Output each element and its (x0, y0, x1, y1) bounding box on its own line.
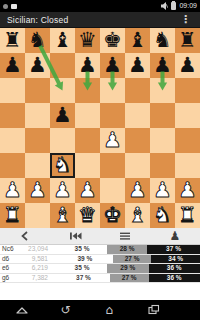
square-e3[interactable] (100, 153, 125, 178)
opening-explorer-table: Nc623,09435 %28 %37 %d69,58139 %27 %34 %… (0, 245, 200, 283)
piece-black-d8: ♛ (75, 28, 100, 53)
square-d2[interactable]: ♟ (75, 178, 100, 203)
square-a2[interactable]: ♟ (0, 178, 25, 203)
square-e8[interactable]: ♚ (100, 28, 125, 53)
eject-icon (15, 305, 29, 315)
square-a5[interactable] (0, 103, 25, 128)
square-d7[interactable]: ♟ (75, 53, 100, 78)
square-f2[interactable]: ♟ (125, 178, 150, 203)
square-g5[interactable] (150, 103, 175, 128)
page-title: Sicilian: Closed (7, 15, 68, 25)
square-h8[interactable]: ♜ (175, 28, 200, 53)
piece-setup-button[interactable]: ♟ (150, 228, 200, 244)
square-b6[interactable] (25, 78, 50, 103)
square-c3[interactable]: ♞ (50, 153, 75, 178)
piece-white-a2: ♟ (0, 178, 25, 203)
square-g6[interactable] (150, 78, 175, 103)
piece-white-c1: ♝ (50, 203, 75, 228)
board-area: ♜♞♝♛♚♝♞♜♟♟♟♟♟♟♟♟♟♞♟♟♟♟♟♟♟♜♝♛♚♝♞♜ (0, 28, 200, 228)
white-wins-segment: 39 % (57, 255, 113, 264)
square-f7[interactable]: ♟ (125, 53, 150, 78)
piece-white-e1: ♚ (100, 203, 125, 228)
back-rotate-icon: ↺ (61, 300, 71, 320)
square-f1[interactable]: ♝ (125, 203, 150, 228)
square-h1[interactable]: ♜ (175, 203, 200, 228)
explorer-row-e6[interactable]: e66,21935 %29 %36 % (0, 264, 200, 274)
piece-white-g1: ♞ (150, 203, 175, 228)
explorer-row-g6[interactable]: g67,38237 %27 %36 % (0, 274, 200, 284)
notification-dot-icon (3, 4, 8, 9)
piece-black-g7: ♟ (150, 53, 175, 78)
piece-black-a7: ♟ (0, 53, 25, 78)
recents-icon (147, 304, 160, 316)
square-c7[interactable] (50, 53, 75, 78)
back-button[interactable]: ↺ (56, 300, 76, 320)
piece-black-f8: ♝ (125, 28, 150, 53)
square-c1[interactable]: ♝ (50, 203, 75, 228)
recents-button[interactable] (143, 300, 163, 320)
black-wins-segment: 37 % (147, 245, 200, 254)
square-b8[interactable]: ♞ (25, 28, 50, 53)
overflow-menu-icon[interactable]: ⋮ (178, 12, 193, 27)
notification-card-icon (11, 4, 17, 9)
square-a7[interactable]: ♟ (0, 53, 25, 78)
piece-black-g8: ♞ (150, 28, 175, 53)
white-wins-segment: 35 % (57, 264, 107, 273)
skip-to-start-icon (68, 230, 83, 242)
move-label: g6 (0, 274, 18, 283)
list-icon (118, 230, 132, 242)
result-bar: 35 %28 %37 % (57, 245, 200, 254)
piece-white-c3: ♞ (50, 153, 75, 178)
piece-white-e4: ♟ (100, 128, 125, 153)
explorer-row-d6[interactable]: d69,58139 %27 %34 % (0, 255, 200, 265)
piece-black-h8: ♜ (175, 28, 200, 53)
square-c4[interactable] (50, 128, 75, 153)
home-button[interactable]: ⌂ (99, 300, 119, 320)
piece-black-b7: ♟ (25, 53, 50, 78)
piece-white-d1: ♛ (75, 203, 100, 228)
square-e6[interactable] (100, 78, 125, 103)
square-h5[interactable] (175, 103, 200, 128)
game-count: 6,219 (18, 264, 51, 273)
piece-black-f7: ♟ (125, 53, 150, 78)
piece-black-c8: ♝ (50, 28, 75, 53)
square-c8[interactable]: ♝ (50, 28, 75, 53)
square-f4[interactable] (125, 128, 150, 153)
piece-white-f1: ♝ (125, 203, 150, 228)
square-e7[interactable]: ♟ (100, 53, 125, 78)
square-a6[interactable] (0, 78, 25, 103)
piece-black-d7: ♟ (75, 53, 100, 78)
square-f5[interactable] (125, 103, 150, 128)
battery-icon (171, 2, 176, 10)
square-h2[interactable]: ♟ (175, 178, 200, 203)
black-wins-segment: 36 % (149, 274, 200, 283)
status-bar: 09:09 (0, 0, 200, 12)
square-c5[interactable]: ♟ (50, 103, 75, 128)
piece-white-h2: ♟ (175, 178, 200, 203)
draw-segment: 29 % (107, 264, 148, 273)
skip-to-start-button[interactable] (50, 228, 100, 244)
android-nav-bar: ↺ ⌂ (0, 300, 200, 320)
square-d6[interactable] (75, 78, 100, 103)
piece-black-a8: ♜ (0, 28, 25, 53)
game-count: 7,382 (18, 274, 51, 283)
home-icon: ⌂ (106, 300, 114, 320)
chess-board[interactable]: ♜♞♝♛♚♝♞♜♟♟♟♟♟♟♟♟♟♞♟♟♟♟♟♟♟♜♝♛♚♝♞♜ (0, 28, 200, 228)
mute-icon (161, 2, 168, 10)
piece-white-g2: ♟ (150, 178, 175, 203)
square-b4[interactable] (25, 128, 50, 153)
square-b3[interactable] (25, 153, 50, 178)
square-d5[interactable] (75, 103, 100, 128)
square-b2[interactable]: ♟ (25, 178, 50, 203)
piece-white-c2: ♟ (50, 178, 75, 203)
content-filler (0, 283, 200, 300)
piece-black-e8: ♚ (100, 28, 125, 53)
square-a8[interactable]: ♜ (0, 28, 25, 53)
square-g1[interactable]: ♞ (150, 203, 175, 228)
square-d8[interactable]: ♛ (75, 28, 100, 53)
previous-move-button[interactable] (0, 228, 50, 244)
piece-black-e7: ♟ (100, 53, 125, 78)
explorer-toolbar: ♟ (0, 228, 200, 245)
square-e5[interactable] (100, 103, 125, 128)
pawn-icon: ♟ (170, 228, 181, 244)
white-wins-segment: 35 % (57, 245, 107, 254)
square-f3[interactable] (125, 153, 150, 178)
result-bar: 39 %27 %34 % (57, 255, 200, 264)
piece-black-c5: ♟ (50, 103, 75, 128)
status-clock: 09:09 (179, 0, 197, 12)
square-e4[interactable]: ♟ (100, 128, 125, 153)
square-f8[interactable]: ♝ (125, 28, 150, 53)
square-h7[interactable]: ♟ (175, 53, 200, 78)
square-b7[interactable]: ♟ (25, 53, 50, 78)
move-list-button[interactable] (100, 228, 150, 244)
draw-segment: 28 % (107, 245, 147, 254)
square-d1[interactable]: ♛ (75, 203, 100, 228)
square-b1[interactable] (25, 203, 50, 228)
square-b5[interactable] (25, 103, 50, 128)
white-wins-segment: 37 % (57, 274, 110, 283)
square-d4[interactable] (75, 128, 100, 153)
square-h6[interactable] (175, 78, 200, 103)
piece-black-b8: ♞ (25, 28, 50, 53)
square-c2[interactable]: ♟ (50, 178, 75, 203)
explorer-row-Nc6[interactable]: Nc623,09435 %28 %37 % (0, 245, 200, 255)
square-h4[interactable] (175, 128, 200, 153)
square-a3[interactable] (0, 153, 25, 178)
square-g2[interactable]: ♟ (150, 178, 175, 203)
move-label: d6 (0, 255, 18, 264)
square-f6[interactable] (125, 78, 150, 103)
piece-white-b2: ♟ (25, 178, 50, 203)
black-wins-segment: 36 % (149, 264, 200, 273)
piece-black-h7: ♟ (175, 53, 200, 78)
square-e2[interactable] (100, 178, 125, 203)
square-a4[interactable] (0, 128, 25, 153)
square-a1[interactable]: ♜ (0, 203, 25, 228)
piece-white-f2: ♟ (125, 178, 150, 203)
black-wins-segment: 34 % (151, 255, 200, 264)
eject-button[interactable] (12, 300, 32, 320)
square-e1[interactable]: ♚ (100, 203, 125, 228)
draw-segment: 27 % (110, 274, 149, 283)
square-d3[interactable] (75, 153, 100, 178)
move-label: Nc6 (0, 245, 18, 254)
square-h3[interactable] (175, 153, 200, 178)
result-bar: 35 %29 %36 % (57, 264, 200, 273)
piece-white-a1: ♜ (0, 203, 25, 228)
draw-segment: 27 % (113, 255, 152, 264)
square-g7[interactable]: ♟ (150, 53, 175, 78)
square-c6[interactable] (50, 78, 75, 103)
result-bar: 37 %27 %36 % (57, 274, 200, 283)
chevron-left-icon (19, 230, 31, 242)
square-g3[interactable] (150, 153, 175, 178)
piece-white-h1: ♜ (175, 203, 200, 228)
game-count: 23,094 (18, 245, 51, 254)
game-count: 9,581 (18, 255, 51, 264)
app-bar: Sicilian: Closed ⋮ (0, 12, 200, 28)
piece-white-d2: ♟ (75, 178, 100, 203)
move-label: e6 (0, 264, 18, 273)
square-g4[interactable] (150, 128, 175, 153)
square-g8[interactable]: ♞ (150, 28, 175, 53)
